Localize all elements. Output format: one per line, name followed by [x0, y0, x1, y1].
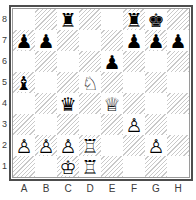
file-label-g: G: [145, 183, 167, 194]
piece-white-queen: ♛♕: [101, 93, 123, 114]
square-c5[interactable]: [57, 72, 79, 93]
file-label-a: A: [13, 183, 35, 194]
square-c3[interactable]: [57, 114, 79, 135]
piece-black-pawn: ♟♟: [145, 30, 167, 51]
piece-white-pawn: ♟♙: [145, 135, 167, 156]
piece-white-pawn: ♟♙: [57, 135, 79, 156]
square-e1[interactable]: [101, 156, 123, 177]
square-a8[interactable]: [13, 9, 35, 30]
piece-black-pawn: ♟♟: [167, 30, 189, 51]
piece-halo: ♜: [123, 9, 145, 30]
square-h5[interactable]: [167, 72, 189, 93]
piece-halo: ♟: [123, 114, 145, 135]
rank-label-6: 6: [0, 51, 9, 72]
square-f2[interactable]: [123, 135, 145, 156]
piece-white-pawn: ♟♙: [35, 135, 57, 156]
piece-white-king: ♚♔: [57, 156, 79, 177]
square-c4[interactable]: ♛♛: [57, 93, 79, 114]
piece-white-rook: ♜♖: [79, 156, 101, 177]
square-c2[interactable]: ♟♙: [57, 135, 79, 156]
square-c8[interactable]: ♜♜: [57, 9, 79, 30]
square-e7[interactable]: [101, 30, 123, 51]
piece-glyph: ♝: [13, 72, 35, 93]
square-g1[interactable]: [145, 156, 167, 177]
piece-black-rook: ♜♜: [57, 9, 79, 30]
piece-glyph: ♟: [101, 51, 123, 72]
square-a6[interactable]: [13, 51, 35, 72]
chess-board: ♜♜♜♜♚♚♟♟♟♟♟♟♟♟♟♟♟♟♝♝♞♘♛♛♛♕♟♙♟♙♟♙♟♙♜♖♟♙♚♔…: [12, 8, 190, 178]
square-h1[interactable]: [167, 156, 189, 177]
square-f3[interactable]: ♟♙: [123, 114, 145, 135]
piece-glyph: ♛: [57, 93, 79, 114]
piece-halo: ♟: [13, 30, 35, 51]
piece-glyph: ♖: [79, 156, 101, 177]
file-label-d: D: [79, 183, 101, 194]
piece-white-rook: ♜♖: [79, 135, 101, 156]
file-labels: ABCDEFGH: [13, 183, 189, 194]
square-h2[interactable]: [167, 135, 189, 156]
square-e2[interactable]: [101, 135, 123, 156]
square-a5[interactable]: ♝♝: [13, 72, 35, 93]
piece-glyph: ♜: [123, 9, 145, 30]
piece-black-pawn: ♟♟: [101, 51, 123, 72]
square-d5[interactable]: ♞♘: [79, 72, 101, 93]
square-d6[interactable]: [79, 51, 101, 72]
square-e5[interactable]: [101, 72, 123, 93]
square-d1[interactable]: ♜♖: [79, 156, 101, 177]
square-c1[interactable]: ♚♔: [57, 156, 79, 177]
piece-white-knight: ♞♘: [79, 72, 101, 93]
piece-white-pawn: ♟♙: [123, 114, 145, 135]
square-f6[interactable]: [123, 51, 145, 72]
rank-label-8: 8: [0, 9, 9, 30]
square-d8[interactable]: [79, 9, 101, 30]
square-b3[interactable]: [35, 114, 57, 135]
piece-halo: ♟: [57, 135, 79, 156]
rank-label-7: 7: [0, 30, 9, 51]
piece-halo: ♟: [35, 135, 57, 156]
square-g7[interactable]: ♟♟: [145, 30, 167, 51]
square-h7[interactable]: ♟♟: [167, 30, 189, 51]
square-a7[interactable]: ♟♟: [13, 30, 35, 51]
piece-black-rook: ♜♜: [123, 9, 145, 30]
square-b1[interactable]: [35, 156, 57, 177]
square-f7[interactable]: ♟♟: [123, 30, 145, 51]
chess-diagram: 87654321 ♜♜♜♜♚♚♟♟♟♟♟♟♟♟♟♟♟♟♝♝♞♘♛♛♛♕♟♙♟♙♟…: [0, 0, 196, 200]
piece-halo: ♜: [79, 156, 101, 177]
square-g3[interactable]: [145, 114, 167, 135]
rank-label-3: 3: [0, 114, 9, 135]
square-f4[interactable]: [123, 93, 145, 114]
square-d2[interactable]: ♜♖: [79, 135, 101, 156]
square-b7[interactable]: ♟♟: [35, 30, 57, 51]
piece-glyph: ♙: [13, 135, 35, 156]
square-b8[interactable]: [35, 9, 57, 30]
square-a2[interactable]: ♟♙: [13, 135, 35, 156]
square-e8[interactable]: [101, 9, 123, 30]
piece-black-queen: ♛♛: [57, 93, 79, 114]
rank-label-4: 4: [0, 93, 9, 114]
file-label-f: F: [123, 183, 145, 194]
piece-glyph: ♟: [123, 30, 145, 51]
piece-black-pawn: ♟♟: [13, 30, 35, 51]
piece-halo: ♛: [101, 93, 123, 114]
file-label-e: E: [101, 183, 123, 194]
file-label-h: H: [167, 183, 189, 194]
file-label-b: B: [35, 183, 57, 194]
piece-glyph: ♙: [123, 114, 145, 135]
piece-halo: ♟: [101, 51, 123, 72]
square-g2[interactable]: ♟♙: [145, 135, 167, 156]
square-b4[interactable]: [35, 93, 57, 114]
square-h4[interactable]: [167, 93, 189, 114]
piece-halo: ♞: [79, 72, 101, 93]
piece-white-pawn: ♟♙: [13, 135, 35, 156]
piece-halo: ♟: [35, 30, 57, 51]
piece-black-king: ♚♚: [145, 9, 167, 30]
file-label-c: C: [57, 183, 79, 194]
square-a3[interactable]: [13, 114, 35, 135]
piece-halo: ♜: [57, 9, 79, 30]
piece-halo: ♟: [145, 135, 167, 156]
piece-glyph: ♟: [145, 30, 167, 51]
square-h3[interactable]: [167, 114, 189, 135]
board-frame: ♜♜♜♜♚♚♟♟♟♟♟♟♟♟♟♟♟♟♝♝♞♘♛♛♛♕♟♙♟♙♟♙♟♙♜♖♟♙♚♔…: [9, 5, 193, 181]
square-c6[interactable]: [57, 51, 79, 72]
piece-halo: ♚: [57, 156, 79, 177]
piece-halo: ♚: [145, 9, 167, 30]
piece-glyph: ♙: [35, 135, 57, 156]
square-h8[interactable]: [167, 9, 189, 30]
rank-labels: 87654321: [0, 9, 9, 177]
piece-halo: ♟: [123, 30, 145, 51]
piece-glyph: ♕: [101, 93, 123, 114]
square-e4[interactable]: ♛♕: [101, 93, 123, 114]
square-b2[interactable]: ♟♙: [35, 135, 57, 156]
square-f8[interactable]: ♜♜: [123, 9, 145, 30]
rank-label-1: 1: [0, 156, 9, 177]
piece-glyph: ♟: [35, 30, 57, 51]
square-g8[interactable]: ♚♚: [145, 9, 167, 30]
piece-halo: ♟: [145, 30, 167, 51]
piece-glyph: ♚: [145, 9, 167, 30]
piece-glyph: ♔: [57, 156, 79, 177]
square-a1[interactable]: [13, 156, 35, 177]
piece-halo: ♜: [79, 135, 101, 156]
square-b5[interactable]: [35, 72, 57, 93]
piece-glyph: ♙: [57, 135, 79, 156]
square-d3[interactable]: [79, 114, 101, 135]
square-d7[interactable]: [79, 30, 101, 51]
square-g6[interactable]: [145, 51, 167, 72]
square-e3[interactable]: [101, 114, 123, 135]
piece-glyph: ♙: [145, 135, 167, 156]
piece-glyph: ♟: [167, 30, 189, 51]
square-c7[interactable]: [57, 30, 79, 51]
square-e6[interactable]: ♟♟: [101, 51, 123, 72]
piece-halo: ♟: [13, 135, 35, 156]
square-g4[interactable]: [145, 93, 167, 114]
piece-glyph: ♘: [79, 72, 101, 93]
piece-halo: ♛: [57, 93, 79, 114]
square-h6[interactable]: [167, 51, 189, 72]
square-f5[interactable]: [123, 72, 145, 93]
rank-label-2: 2: [0, 135, 9, 156]
square-a4[interactable]: [13, 93, 35, 114]
piece-glyph: ♖: [79, 135, 101, 156]
square-b6[interactable]: [35, 51, 57, 72]
piece-glyph: ♟: [13, 30, 35, 51]
square-f1[interactable]: [123, 156, 145, 177]
piece-black-pawn: ♟♟: [35, 30, 57, 51]
piece-halo: ♟: [167, 30, 189, 51]
rank-label-5: 5: [0, 72, 9, 93]
square-d4[interactable]: [79, 93, 101, 114]
piece-black-bishop: ♝♝: [13, 72, 35, 93]
square-g5[interactable]: [145, 72, 167, 93]
piece-halo: ♝: [13, 72, 35, 93]
piece-black-pawn: ♟♟: [123, 30, 145, 51]
piece-glyph: ♜: [57, 9, 79, 30]
